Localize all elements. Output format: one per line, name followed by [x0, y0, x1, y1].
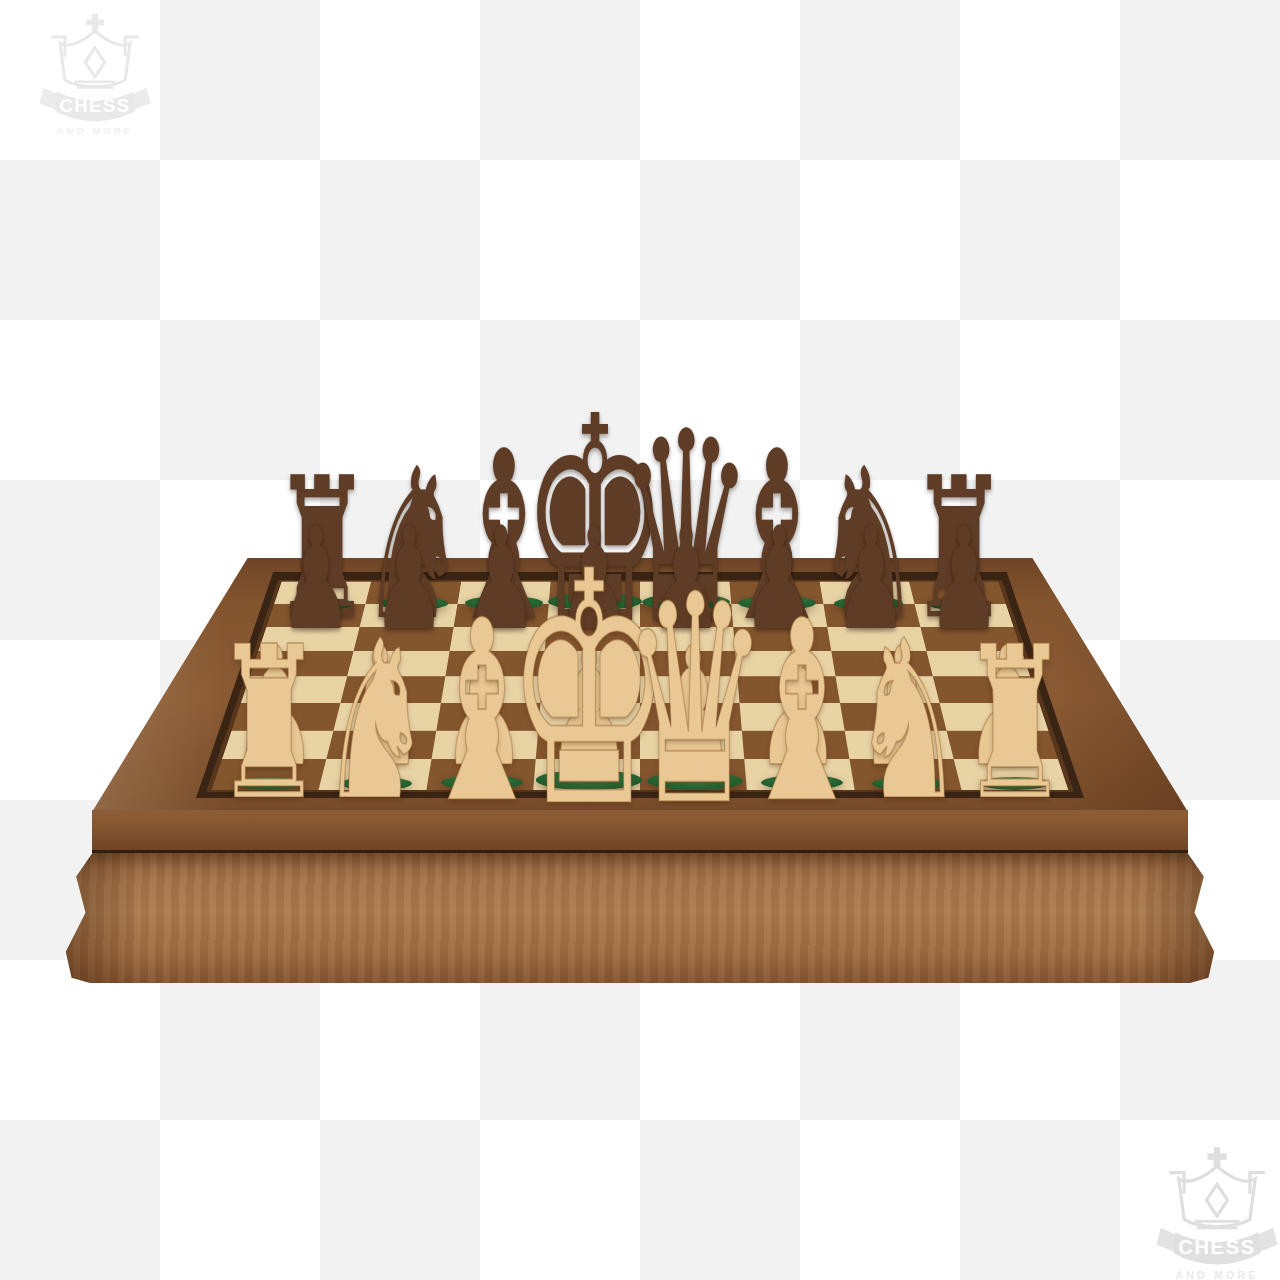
brand-tagline: AND MORE	[1175, 1269, 1258, 1280]
light-knight-g1: ♞	[851, 612, 965, 831]
light-rook-h1: ♜	[960, 619, 1070, 830]
brand-watermark-bottom-right: CHESS AND MORE	[1148, 1134, 1280, 1280]
product-photo-scene: CHESS AND MORE CHESS AND MORE ♜♞♝♚♛♝♞♜♟♟…	[0, 0, 1280, 1280]
brand-watermark-top-left: CHESS AND MORE	[26, 2, 164, 148]
brand-text: CHESS	[60, 95, 131, 116]
light-knight-b1: ♞	[319, 612, 433, 831]
crown-cross-finial	[86, 14, 104, 33]
crown-jewel	[1206, 1184, 1227, 1216]
brand-text: CHESS	[1178, 1236, 1255, 1258]
light-rook-a1: ♜	[214, 619, 324, 830]
crown-jewel	[85, 48, 104, 77]
brand-tagline: AND MORE	[57, 125, 133, 136]
light-bishop-f1: ♝	[737, 588, 867, 838]
crown-cross-finial	[1207, 1147, 1226, 1168]
